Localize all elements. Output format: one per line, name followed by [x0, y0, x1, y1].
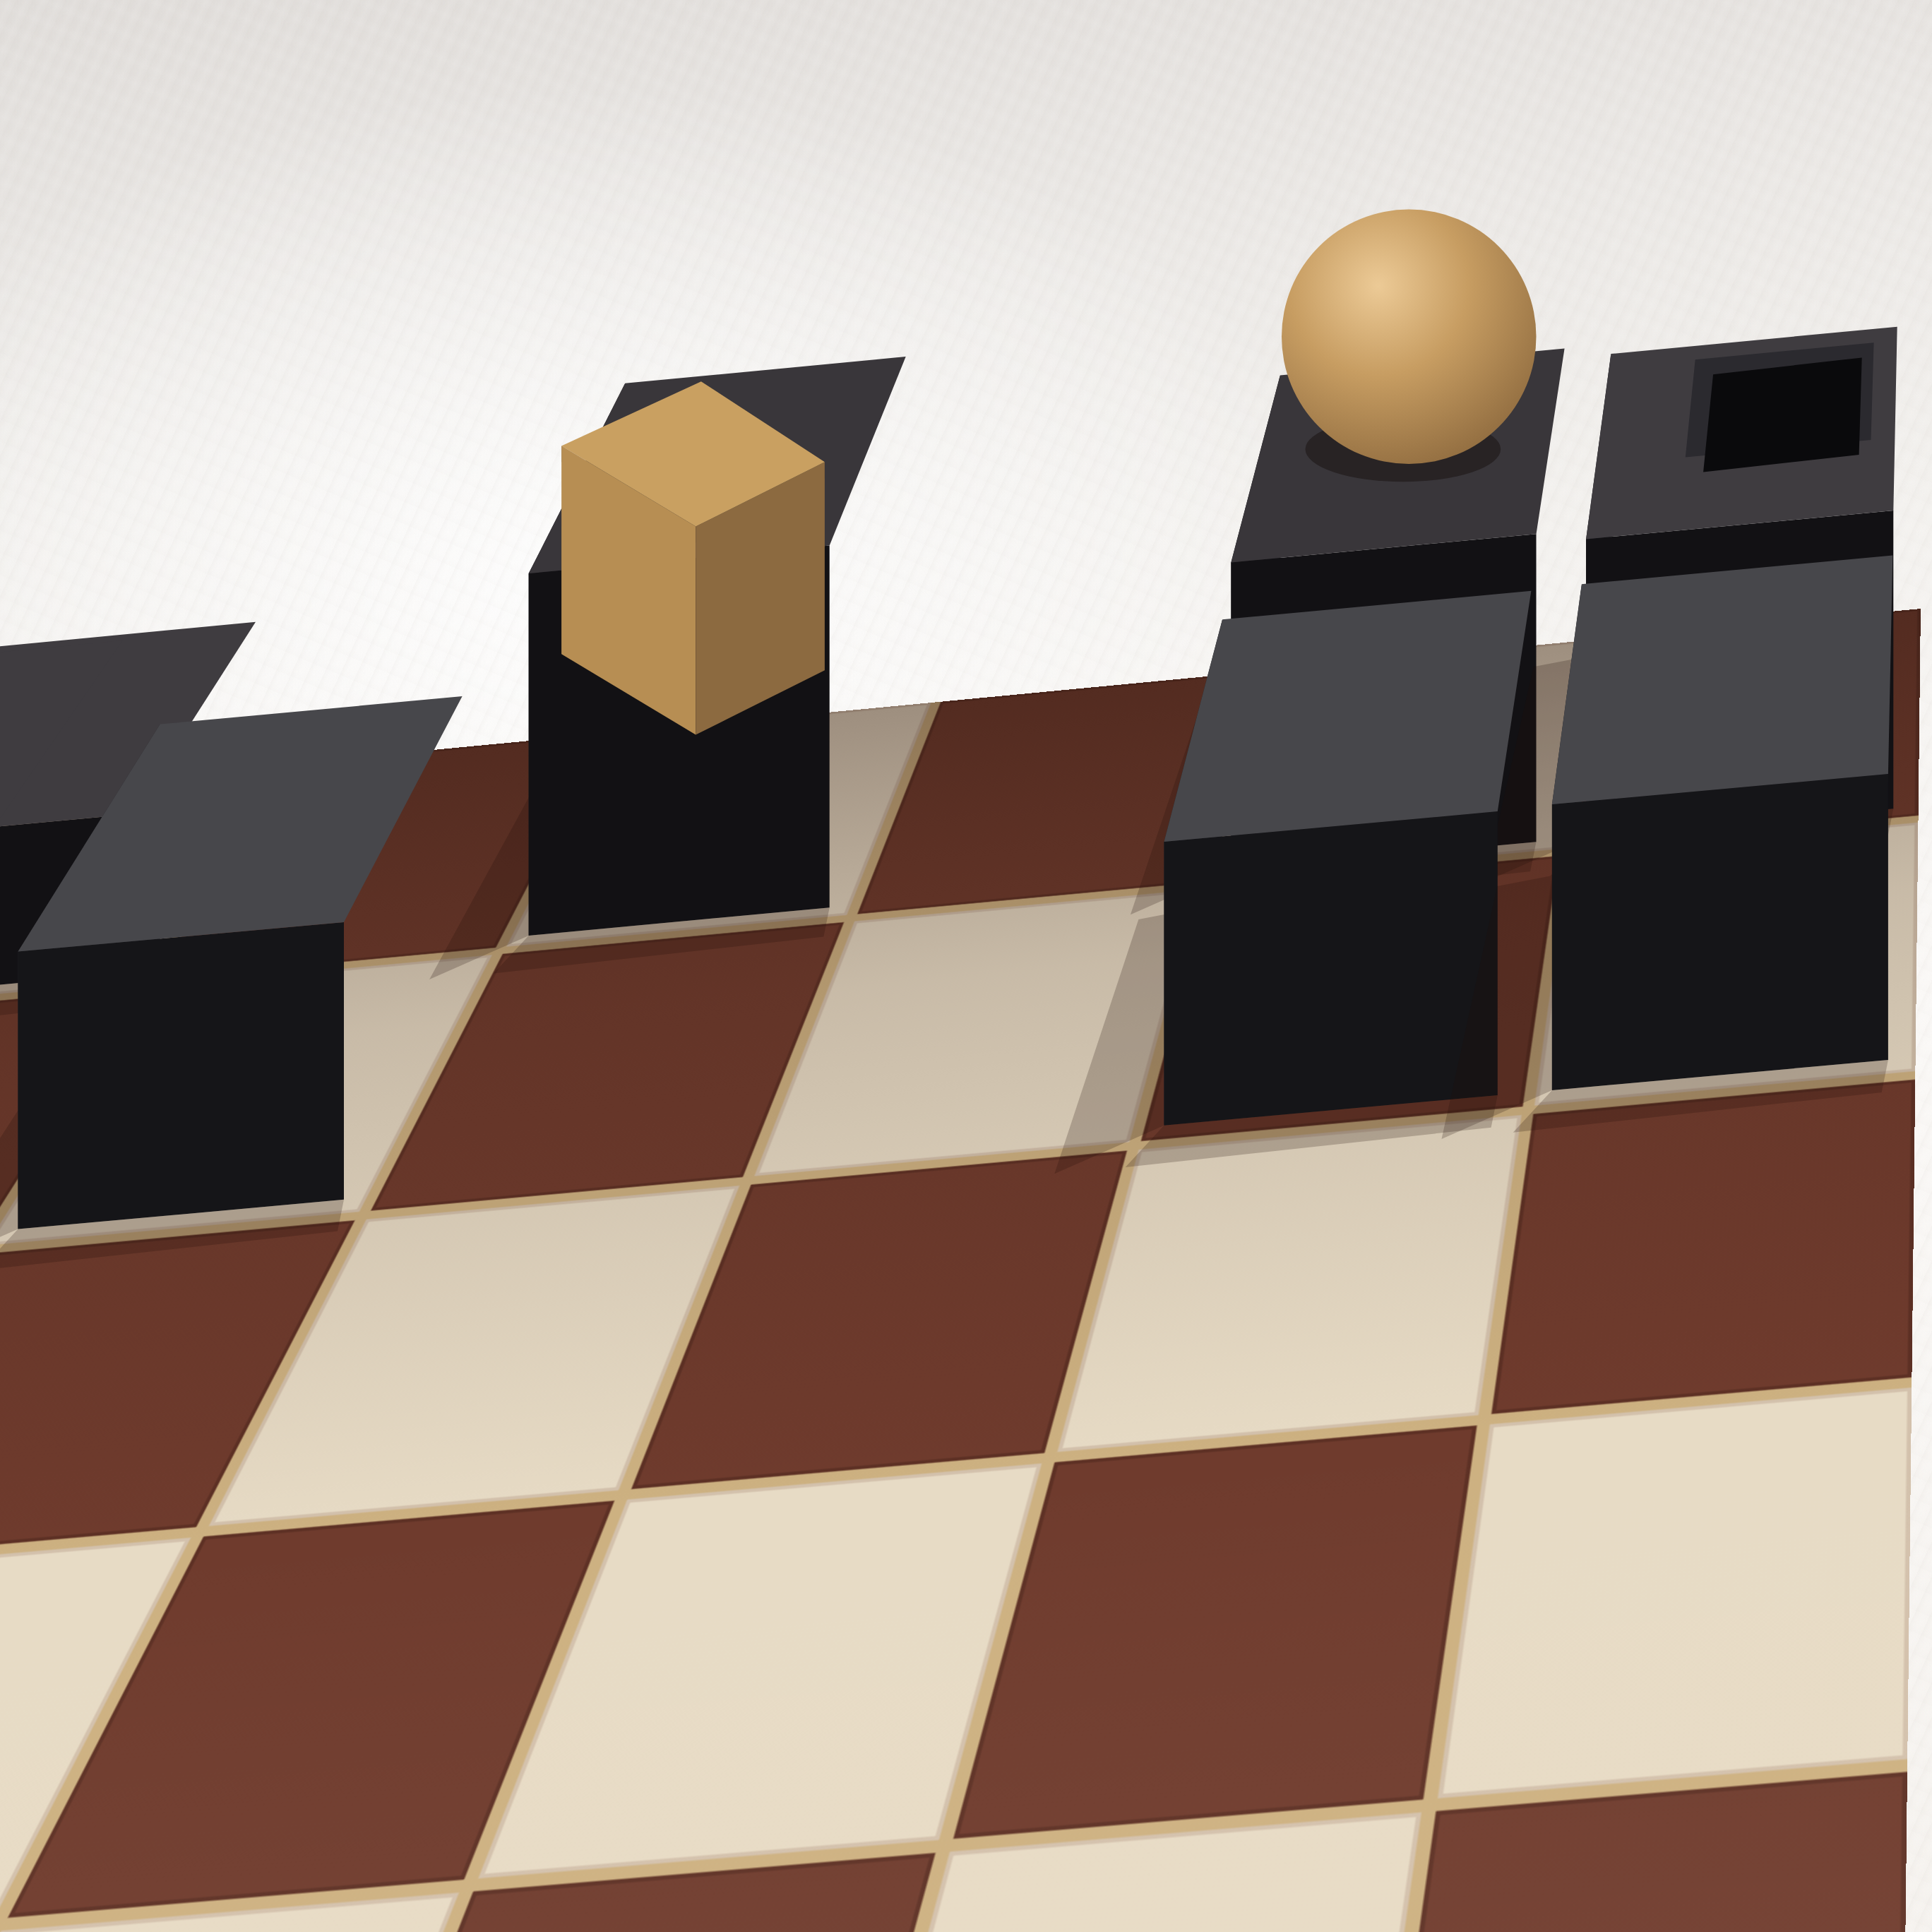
pocket-cavity	[1703, 357, 1862, 472]
cube-top-face	[1552, 555, 1892, 804]
cube-top-face	[1164, 591, 1532, 842]
piece-king-e8[interactable]	[429, 357, 906, 979]
cube-front-face	[1164, 811, 1498, 1126]
photo-scene	[0, 0, 1932, 1932]
cube-front-face	[1552, 774, 1888, 1090]
wood-sphere	[1282, 209, 1537, 464]
pieces-layer	[0, 0, 1932, 1932]
cube-front-face	[18, 922, 345, 1229]
